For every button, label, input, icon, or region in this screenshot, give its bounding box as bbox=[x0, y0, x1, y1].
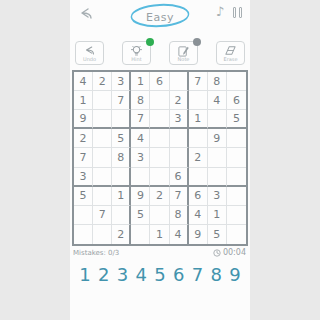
cell-r6c9[interactable] bbox=[227, 168, 246, 187]
cell-r4c7[interactable] bbox=[189, 129, 208, 148]
light-bulb-icon bbox=[123, 44, 150, 57]
numpad-3[interactable]: 3 bbox=[115, 264, 131, 286]
cell-r1c5[interactable]: 6 bbox=[150, 72, 169, 91]
undo-button[interactable]: Undo bbox=[75, 41, 104, 65]
cell-r6c8[interactable] bbox=[208, 168, 227, 187]
cell-r9c3[interactable]: 2 bbox=[112, 225, 131, 244]
difficulty-badge: Easy bbox=[130, 3, 190, 28]
cell-r8c7[interactable]: 4 bbox=[189, 206, 208, 225]
cell-r3c8[interactable] bbox=[208, 110, 227, 129]
cell-r8c5[interactable] bbox=[150, 206, 169, 225]
cell-r2c9[interactable]: 6 bbox=[227, 91, 246, 110]
cell-r8c1[interactable] bbox=[74, 206, 93, 225]
cell-r3c2[interactable] bbox=[93, 110, 112, 129]
cell-r9c2[interactable] bbox=[93, 225, 112, 244]
cell-r2c1[interactable]: 1 bbox=[74, 91, 93, 110]
mistakes-counter: Mistakes: 0/3 bbox=[73, 249, 119, 257]
note-button[interactable]: Note bbox=[169, 41, 198, 65]
cell-r3c1[interactable]: 9 bbox=[74, 110, 93, 129]
cell-r7c2[interactable] bbox=[93, 187, 112, 206]
cell-r1c2[interactable]: 2 bbox=[93, 72, 112, 91]
timer: 00:04 bbox=[213, 248, 246, 257]
cell-r6c5[interactable] bbox=[150, 168, 169, 187]
cell-r2c2[interactable] bbox=[93, 91, 112, 110]
cell-r5c5[interactable] bbox=[150, 148, 169, 167]
cell-r1c4[interactable]: 1 bbox=[131, 72, 150, 91]
cell-r1c9[interactable] bbox=[227, 72, 246, 91]
cell-r3c4[interactable]: 7 bbox=[131, 110, 150, 129]
cell-r4c5[interactable] bbox=[150, 129, 169, 148]
music-icon[interactable]: ♪ bbox=[216, 5, 224, 19]
cell-r8c6[interactable]: 8 bbox=[170, 206, 189, 225]
cell-r6c6[interactable]: 6 bbox=[170, 168, 189, 187]
eraser-icon bbox=[217, 44, 244, 57]
cell-r2c5[interactable] bbox=[150, 91, 169, 110]
cell-r7c4[interactable]: 9 bbox=[131, 187, 150, 206]
numpad-2[interactable]: 2 bbox=[96, 264, 112, 286]
undo-icon bbox=[76, 44, 103, 57]
cell-r3c3[interactable] bbox=[112, 110, 131, 129]
pencil-note-icon bbox=[170, 44, 197, 57]
clock-icon bbox=[213, 249, 221, 257]
cell-r5c8[interactable] bbox=[208, 148, 227, 167]
hint-label: Hint bbox=[131, 56, 141, 64]
erase-label: Erase bbox=[224, 56, 238, 64]
numpad-6[interactable]: 6 bbox=[171, 264, 187, 286]
cell-r7c9[interactable] bbox=[227, 187, 246, 206]
cell-r9c6[interactable]: 4 bbox=[170, 225, 189, 244]
cell-r1c8[interactable]: 8 bbox=[208, 72, 227, 91]
board: 4231678178246973152549783236519276375841… bbox=[74, 72, 246, 244]
hint-button[interactable]: Hint bbox=[122, 41, 151, 65]
numpad-1[interactable]: 1 bbox=[77, 264, 93, 286]
status-bar: Mistakes: 0/3 00:04 bbox=[70, 246, 250, 257]
cell-r4c6[interactable] bbox=[170, 129, 189, 148]
undo-label: Undo bbox=[83, 56, 96, 64]
cell-r8c3[interactable] bbox=[112, 206, 131, 225]
cell-r2c4[interactable]: 8 bbox=[131, 91, 150, 110]
cell-r7c8[interactable]: 3 bbox=[208, 187, 227, 206]
cell-r9c1[interactable] bbox=[74, 225, 93, 244]
cell-r4c3[interactable]: 5 bbox=[112, 129, 131, 148]
cell-r7c1[interactable]: 5 bbox=[74, 187, 93, 206]
timer-value: 00:04 bbox=[223, 248, 246, 257]
cell-r4c4[interactable]: 4 bbox=[131, 129, 150, 148]
pause-button[interactable] bbox=[233, 7, 242, 18]
numpad-5[interactable]: 5 bbox=[152, 264, 168, 286]
cell-r5c1[interactable]: 7 bbox=[74, 148, 93, 167]
cell-r4c2[interactable] bbox=[93, 129, 112, 148]
cell-r4c8[interactable]: 9 bbox=[208, 129, 227, 148]
cell-r5c4[interactable]: 3 bbox=[131, 148, 150, 167]
cell-r5c9[interactable] bbox=[227, 148, 246, 167]
cell-r9c7[interactable]: 9 bbox=[189, 225, 208, 244]
cell-r5c3[interactable]: 8 bbox=[112, 148, 131, 167]
cell-r3c6[interactable]: 3 bbox=[170, 110, 189, 129]
cell-r6c2[interactable] bbox=[93, 168, 112, 187]
toolbar: Undo Hint Note Erase bbox=[70, 41, 250, 65]
numpad: 123456789 bbox=[70, 264, 250, 286]
erase-button[interactable]: Erase bbox=[216, 41, 245, 65]
cell-r4c9[interactable] bbox=[227, 129, 246, 148]
cell-r8c2[interactable]: 7 bbox=[93, 206, 112, 225]
difficulty-label: Easy bbox=[146, 11, 174, 24]
cell-r3c9[interactable]: 5 bbox=[227, 110, 246, 129]
cell-r9c4[interactable] bbox=[131, 225, 150, 244]
numpad-8[interactable]: 8 bbox=[208, 264, 224, 286]
note-label: Note bbox=[178, 56, 190, 64]
cell-r1c3[interactable]: 3 bbox=[112, 72, 131, 91]
header: Easy ♪ bbox=[70, 0, 250, 28]
header-icons: ♪ bbox=[216, 5, 242, 19]
cell-r5c7[interactable]: 2 bbox=[189, 148, 208, 167]
cell-r6c1[interactable]: 3 bbox=[74, 168, 93, 187]
cell-r7c5[interactable]: 2 bbox=[150, 187, 169, 206]
cell-r3c5[interactable] bbox=[150, 110, 169, 129]
sudoku-app: Easy ♪ Undo Hint Note bbox=[70, 0, 250, 320]
cell-r9c9[interactable] bbox=[227, 225, 246, 244]
cell-r2c6[interactable]: 2 bbox=[170, 91, 189, 110]
cell-r1c6[interactable] bbox=[170, 72, 189, 91]
cell-r6c7[interactable] bbox=[189, 168, 208, 187]
cell-r8c4[interactable]: 5 bbox=[131, 206, 150, 225]
numpad-9[interactable]: 9 bbox=[227, 264, 243, 286]
cell-r5c2[interactable] bbox=[93, 148, 112, 167]
cell-r5c6[interactable] bbox=[170, 148, 189, 167]
cell-r7c3[interactable]: 1 bbox=[112, 187, 131, 206]
cell-r7c7[interactable]: 6 bbox=[189, 187, 208, 206]
cell-r6c3[interactable] bbox=[112, 168, 131, 187]
cell-r7c6[interactable]: 7 bbox=[170, 187, 189, 206]
cell-r2c3[interactable]: 7 bbox=[112, 91, 131, 110]
cell-r8c8[interactable]: 1 bbox=[208, 206, 227, 225]
cell-r9c8[interactable]: 5 bbox=[208, 225, 227, 244]
numpad-4[interactable]: 4 bbox=[133, 264, 149, 286]
cell-r2c8[interactable]: 4 bbox=[208, 91, 227, 110]
board-frame: 4231678178246973152549783236519276375841… bbox=[72, 70, 248, 246]
numpad-7[interactable]: 7 bbox=[190, 264, 206, 286]
cell-r3c7[interactable]: 1 bbox=[189, 110, 208, 129]
cell-r1c1[interactable]: 4 bbox=[74, 72, 93, 91]
cell-r8c9[interactable] bbox=[227, 206, 246, 225]
cell-r4c1[interactable]: 2 bbox=[74, 129, 93, 148]
cell-r1c7[interactable]: 7 bbox=[189, 72, 208, 91]
cell-r9c5[interactable]: 1 bbox=[150, 225, 169, 244]
cell-r6c4[interactable] bbox=[131, 168, 150, 187]
cell-r2c7[interactable] bbox=[189, 91, 208, 110]
